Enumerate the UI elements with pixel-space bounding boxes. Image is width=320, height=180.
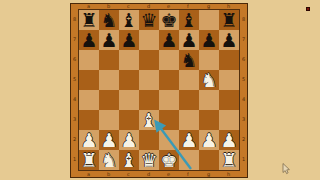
square-e8[interactable]: ♚ — [159, 10, 179, 30]
chess-board[interactable]: ♜♞♝♛♚♝♜♟♟♟♟♟♟♟♞♞♝♟♟♟♟♟♟♜♞♝♛♚♜ — [78, 9, 240, 171]
square-f1[interactable] — [179, 150, 199, 170]
square-h2[interactable]: ♟ — [219, 130, 239, 150]
square-e4[interactable] — [159, 90, 179, 110]
piece-white-p-g2[interactable]: ♟ — [200, 130, 217, 150]
file-label-top-f: f — [187, 4, 189, 9]
square-g6[interactable] — [199, 50, 219, 70]
square-b5[interactable] — [99, 70, 119, 90]
square-b2[interactable]: ♟ — [99, 130, 119, 150]
piece-black-q-d8[interactable]: ♛ — [140, 10, 157, 30]
file-label-bottom-d: d — [147, 172, 150, 177]
square-b1[interactable]: ♞ — [99, 150, 119, 170]
piece-white-b-d3[interactable]: ♝ — [140, 110, 157, 130]
square-c3[interactable] — [119, 110, 139, 130]
square-d1[interactable]: ♛ — [139, 150, 159, 170]
board-menu-dot[interactable] — [306, 7, 310, 11]
piece-black-k-e8[interactable]: ♚ — [160, 10, 177, 30]
chess-app-window: { "game": "chess", "position": { "fen": … — [0, 0, 320, 180]
square-g1[interactable] — [199, 150, 219, 170]
piece-white-p-a2[interactable]: ♟ — [80, 130, 97, 150]
square-h8[interactable]: ♜ — [219, 10, 239, 30]
rank-label-left-1: 1 — [73, 157, 76, 162]
file-label-top-h: h — [227, 4, 230, 9]
piece-white-p-f2[interactable]: ♟ — [180, 130, 197, 150]
rank-label-right-4: 4 — [242, 97, 245, 102]
piece-white-r-h1[interactable]: ♜ — [220, 150, 237, 170]
square-c5[interactable] — [119, 70, 139, 90]
file-label-top-a: a — [87, 4, 90, 9]
square-e6[interactable] — [159, 50, 179, 70]
file-label-bottom-g: g — [207, 172, 210, 177]
square-h1[interactable]: ♜ — [219, 150, 239, 170]
square-c7[interactable]: ♟ — [119, 30, 139, 50]
square-f6[interactable]: ♞ — [179, 50, 199, 70]
piece-black-p-h7[interactable]: ♟ — [220, 30, 237, 50]
square-g5[interactable]: ♞ — [199, 70, 219, 90]
square-d6[interactable] — [139, 50, 159, 70]
square-g2[interactable]: ♟ — [199, 130, 219, 150]
rank-label-right-3: 3 — [242, 117, 245, 122]
square-d5[interactable] — [139, 70, 159, 90]
square-d4[interactable] — [139, 90, 159, 110]
piece-black-p-a7[interactable]: ♟ — [80, 30, 97, 50]
rank-label-left-2: 2 — [73, 137, 76, 142]
square-b6[interactable] — [99, 50, 119, 70]
piece-white-p-c2[interactable]: ♟ — [120, 130, 137, 150]
square-g7[interactable]: ♟ — [199, 30, 219, 50]
square-h6[interactable] — [219, 50, 239, 70]
file-label-bottom-h: h — [227, 172, 230, 177]
piece-black-r-h8[interactable]: ♜ — [220, 10, 237, 30]
square-a4[interactable] — [79, 90, 99, 110]
square-h4[interactable] — [219, 90, 239, 110]
square-a5[interactable] — [79, 70, 99, 90]
square-f4[interactable] — [179, 90, 199, 110]
square-c4[interactable] — [119, 90, 139, 110]
piece-black-p-g7[interactable]: ♟ — [200, 30, 217, 50]
mouse-cursor — [283, 164, 289, 174]
piece-white-b-c1[interactable]: ♝ — [120, 150, 137, 170]
rank-label-left-7: 7 — [73, 37, 76, 42]
rank-label-right-8: 8 — [242, 17, 245, 22]
square-c1[interactable]: ♝ — [119, 150, 139, 170]
piece-white-k-e1[interactable]: ♚ — [160, 150, 177, 170]
square-d7[interactable] — [139, 30, 159, 50]
piece-black-p-f7[interactable]: ♟ — [180, 30, 197, 50]
square-e1[interactable]: ♚ — [159, 150, 179, 170]
square-c2[interactable]: ♟ — [119, 130, 139, 150]
square-f2[interactable]: ♟ — [179, 130, 199, 150]
rank-label-left-3: 3 — [73, 117, 76, 122]
square-e3[interactable] — [159, 110, 179, 130]
piece-black-b-c8[interactable]: ♝ — [120, 10, 137, 30]
square-c8[interactable]: ♝ — [119, 10, 139, 30]
piece-black-n-f6[interactable]: ♞ — [180, 50, 197, 70]
rank-label-left-6: 6 — [73, 57, 76, 62]
piece-black-p-e7[interactable]: ♟ — [160, 30, 177, 50]
file-label-top-g: g — [207, 4, 210, 9]
square-b7[interactable]: ♟ — [99, 30, 119, 50]
piece-black-b-f8[interactable]: ♝ — [180, 10, 197, 30]
square-a7[interactable]: ♟ — [79, 30, 99, 50]
square-d2[interactable] — [139, 130, 159, 150]
piece-white-n-g5[interactable]: ♞ — [200, 70, 217, 90]
rank-label-right-7: 7 — [242, 37, 245, 42]
file-label-top-e: e — [167, 4, 170, 9]
square-a2[interactable]: ♟ — [79, 130, 99, 150]
square-f3[interactable] — [179, 110, 199, 130]
square-d8[interactable]: ♛ — [139, 10, 159, 30]
square-a1[interactable]: ♜ — [79, 150, 99, 170]
square-f8[interactable]: ♝ — [179, 10, 199, 30]
file-label-top-d: d — [147, 4, 150, 9]
square-h3[interactable] — [219, 110, 239, 130]
square-a8[interactable]: ♜ — [79, 10, 99, 30]
rank-label-left-5: 5 — [73, 77, 76, 82]
piece-white-r-a1[interactable]: ♜ — [80, 150, 97, 170]
rank-label-right-6: 6 — [242, 57, 245, 62]
square-b8[interactable]: ♞ — [99, 10, 119, 30]
square-g4[interactable] — [199, 90, 219, 110]
square-f5[interactable] — [179, 70, 199, 90]
file-label-top-b: b — [107, 4, 110, 9]
file-label-bottom-c: c — [127, 172, 130, 177]
square-h5[interactable] — [219, 70, 239, 90]
file-label-bottom-b: b — [107, 172, 110, 177]
rank-label-left-8: 8 — [73, 17, 76, 22]
file-label-bottom-f: f — [187, 172, 189, 177]
square-b3[interactable] — [99, 110, 119, 130]
file-label-top-c: c — [127, 4, 130, 9]
square-g8[interactable] — [199, 10, 219, 30]
square-b4[interactable] — [99, 90, 119, 110]
square-f7[interactable]: ♟ — [179, 30, 199, 50]
rank-label-right-5: 5 — [242, 77, 245, 82]
piece-black-r-a8[interactable]: ♜ — [80, 10, 97, 30]
file-label-bottom-e: e — [167, 172, 170, 177]
file-label-bottom-a: a — [87, 172, 90, 177]
square-g3[interactable] — [199, 110, 219, 130]
square-e2[interactable] — [159, 130, 179, 150]
piece-white-n-b1[interactable]: ♞ — [100, 150, 117, 170]
rank-label-right-1: 1 — [242, 157, 245, 162]
piece-black-p-b7[interactable]: ♟ — [100, 30, 117, 50]
square-e7[interactable]: ♟ — [159, 30, 179, 50]
square-a3[interactable] — [79, 110, 99, 130]
square-h7[interactable]: ♟ — [219, 30, 239, 50]
piece-white-q-d1[interactable]: ♛ — [140, 150, 157, 170]
square-c6[interactable] — [119, 50, 139, 70]
square-d3[interactable]: ♝ — [139, 110, 159, 130]
square-a6[interactable] — [79, 50, 99, 70]
piece-white-p-b2[interactable]: ♟ — [100, 130, 117, 150]
piece-black-p-c7[interactable]: ♟ — [120, 30, 137, 50]
piece-black-n-b8[interactable]: ♞ — [100, 10, 117, 30]
rank-label-left-4: 4 — [73, 97, 76, 102]
square-e5[interactable] — [159, 70, 179, 90]
piece-white-p-h2[interactable]: ♟ — [220, 130, 237, 150]
rank-label-right-2: 2 — [242, 137, 245, 142]
